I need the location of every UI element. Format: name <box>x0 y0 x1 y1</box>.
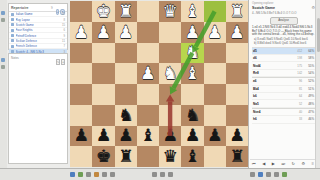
square-a7[interactable]: ♟ <box>226 126 248 147</box>
square-b4[interactable] <box>204 63 226 84</box>
line-label: Four Knights <box>16 28 62 32</box>
white-pawn[interactable]: ♟ <box>96 24 111 41</box>
square-f1[interactable]: ♜ <box>115 1 137 22</box>
dock-panel-icon[interactable] <box>1 11 5 15</box>
transport-toolbar: ⏮◀▶⏭↻⚙≡ <box>250 159 316 167</box>
move-san: d6 <box>253 56 269 60</box>
move-san: a6 <box>253 79 269 83</box>
white-pawn[interactable]: ♟ <box>140 65 155 82</box>
dock-tree-icon[interactable] <box>1 18 5 22</box>
move-games: 96 <box>269 79 302 83</box>
explorer-panel: Opening explorer Scotch Game ⚙ 4...Nf6 5… <box>248 0 320 168</box>
white-pawn[interactable]: ♟ <box>118 24 133 41</box>
square-a5[interactable] <box>226 84 248 105</box>
square-h5[interactable] <box>70 84 92 105</box>
chess-app-window: Repertoire 9 +↻ Italian Game 12 Ruy Lope… <box>0 0 320 180</box>
white-queen[interactable]: ♛ <box>163 3 178 20</box>
move-score: 46% <box>302 117 314 121</box>
move-row-Nxd4[interactable]: Nxd4 175 55% <box>252 62 315 69</box>
line-count: 6 <box>63 28 65 32</box>
taskbar-icon[interactable] <box>168 172 173 177</box>
square-c6[interactable]: ♞ <box>181 105 203 126</box>
move-score: 55% <box>302 64 314 68</box>
square-a3[interactable] <box>226 43 248 64</box>
square-c8[interactable]: ♝ <box>181 146 203 167</box>
square-d6[interactable] <box>159 105 181 126</box>
scrollbar-thumb[interactable] <box>317 18 320 52</box>
taskbar-icon[interactable] <box>250 172 255 177</box>
black-knight[interactable]: ♞ <box>185 107 200 124</box>
square-h6[interactable] <box>70 105 92 126</box>
taskbar-icon[interactable] <box>78 172 83 177</box>
square-a1[interactable]: ♜ <box>226 1 248 22</box>
prev-move-button[interactable]: ◀ <box>262 161 265 167</box>
square-c3[interactable]: ♞ <box>181 43 203 64</box>
variation-line-b[interactable]: b) 8.Bb3 dxe4 9.Nxc6 Qxd1 10.Rxd1 bxc6 <box>252 42 315 46</box>
line-count: 15 <box>62 23 65 27</box>
taskbar-icon[interactable] <box>258 172 263 177</box>
move-san: Bb4 <box>253 87 269 91</box>
repertoire-list-header: Repertoire 9 +↻ <box>9 4 67 12</box>
square-a4[interactable] <box>226 63 248 84</box>
taskbar-icon[interactable] <box>110 172 115 177</box>
square-c2[interactable]: ♟ <box>181 22 203 43</box>
settings-button[interactable]: ⚙ <box>301 161 305 167</box>
black-pawn[interactable]: ♟ <box>74 127 89 144</box>
black-pawn[interactable]: ♟ <box>163 127 178 144</box>
square-c7[interactable]: ♟ <box>181 126 203 147</box>
moves-table: d5 412 64%d6 198 58%Nxd4 175 55%Re8 142 … <box>252 47 315 124</box>
line-count: 9 <box>63 34 65 38</box>
edge-toolbar <box>0 0 7 168</box>
line-count: 12 <box>62 12 65 16</box>
move-score: 64% <box>302 49 314 53</box>
white-king[interactable]: ♚ <box>96 3 111 20</box>
white-rook[interactable]: ♜ <box>118 3 133 20</box>
left-sidebar: Repertoire 9 +↻ Italian Game 12 Ruy Lope… <box>0 0 70 168</box>
line-file-icon <box>11 13 14 16</box>
square-g1[interactable]: ♚ <box>92 1 114 22</box>
square-f3[interactable] <box>115 43 137 64</box>
square-g6[interactable] <box>92 105 114 126</box>
taskbar-icon[interactable] <box>282 172 287 177</box>
flip-board-button[interactable]: ↻ <box>292 161 295 167</box>
line-file-icon <box>11 45 14 48</box>
explorer-title: Scotch Game <box>252 6 275 10</box>
square-f7[interactable]: ♟ <box>115 126 137 147</box>
square-h2[interactable]: ♟ <box>70 22 92 43</box>
line-file-icon <box>11 18 14 21</box>
square-g3[interactable] <box>92 43 114 64</box>
square-e6[interactable] <box>137 105 159 126</box>
move-games: 81 <box>269 87 302 91</box>
square-c4[interactable]: ♝ <box>181 63 203 84</box>
black-queen[interactable]: ♛ <box>163 148 178 165</box>
notes-title: Notes <box>11 56 19 60</box>
square-h8[interactable] <box>70 146 92 167</box>
move-games: 33 <box>269 117 302 121</box>
taskbar <box>0 168 320 180</box>
move-row-d6[interactable]: d6 198 58% <box>252 55 315 62</box>
line-file-icon <box>11 23 14 26</box>
line-file-icon <box>11 29 14 32</box>
square-a2[interactable]: ♟ <box>226 22 248 43</box>
repertoire-title: Repertoire <box>11 6 29 10</box>
line-file-icon <box>11 34 14 37</box>
black-pawn[interactable]: ♟ <box>229 127 244 144</box>
taskbar-icon[interactable] <box>274 172 279 177</box>
explorer-subtitle: 4...Nf6 5.Nc3 Be7 6.Bc4 O-O 7.O-O <box>252 11 315 15</box>
square-g2[interactable]: ♟ <box>92 22 114 43</box>
square-d2[interactable] <box>159 22 181 43</box>
move-row-Re8[interactable]: Re8 142 54% <box>252 70 315 77</box>
move-games: 412 <box>269 49 302 53</box>
move-score: 48% <box>302 102 314 106</box>
chess-board: ♚♜♛♝♜♟♟♟♟♟♟♞♟♞♝♞♞♟♟♟♝♟♟♟♟♚♜♛♝♜ <box>70 1 248 167</box>
next-move-button[interactable]: ▶ <box>272 161 275 167</box>
move-score: 49% <box>302 94 314 98</box>
square-b6[interactable] <box>204 105 226 126</box>
square-h4[interactable] <box>70 63 92 84</box>
square-e1[interactable] <box>137 1 159 22</box>
last-move-button[interactable]: ⏭ <box>281 161 285 167</box>
square-e5[interactable] <box>137 84 159 105</box>
taskbar-icon[interactable] <box>94 172 99 177</box>
square-b3[interactable] <box>204 43 226 64</box>
move-row-b6[interactable]: b6 64 49% <box>252 93 315 100</box>
move-row-h6[interactable]: h6 33 46% <box>252 116 315 123</box>
square-c5[interactable] <box>181 84 203 105</box>
taskbar-icon[interactable] <box>152 172 157 177</box>
square-b7[interactable]: ♟ <box>204 126 226 147</box>
move-san: h6 <box>253 117 269 121</box>
black-bishop[interactable]: ♝ <box>185 148 200 165</box>
white-pawn[interactable]: ♟ <box>207 24 222 41</box>
move-san: Na5 <box>253 102 269 106</box>
move-row-d5[interactable]: d5 412 64% <box>252 48 315 55</box>
black-rook[interactable]: ♜ <box>229 148 244 165</box>
move-score: 47% <box>302 110 314 114</box>
square-a8[interactable]: ♜ <box>226 146 248 167</box>
black-rook[interactable]: ♜ <box>118 148 133 165</box>
add-note-button[interactable]: + <box>61 59 65 65</box>
square-g8[interactable]: ♚ <box>92 146 114 167</box>
white-bishop[interactable]: ♝ <box>185 65 200 82</box>
move-score: 58% <box>302 56 314 60</box>
white-pawn[interactable]: ♟ <box>229 24 244 41</box>
move-score: 52% <box>302 79 314 83</box>
black-pawn[interactable]: ♟ <box>96 127 111 144</box>
move-san: Nxe4 <box>253 110 269 114</box>
square-a6[interactable] <box>226 105 248 126</box>
move-score: 54% <box>302 71 314 75</box>
move-san: d5 <box>253 49 269 53</box>
square-d3[interactable] <box>159 43 181 64</box>
square-h3[interactable] <box>70 43 92 64</box>
white-pawn[interactable]: ♟ <box>185 24 200 41</box>
repertoire-list: Repertoire 9 +↻ Italian Game 12 Ruy Lope… <box>8 3 68 50</box>
square-d5[interactable] <box>159 84 181 105</box>
white-rook[interactable]: ♜ <box>229 3 244 20</box>
black-pawn[interactable]: ♟ <box>185 127 200 144</box>
move-score: 51% <box>302 87 314 91</box>
white-knight[interactable]: ♞ <box>163 65 178 82</box>
square-g5[interactable] <box>92 84 114 105</box>
square-e7[interactable]: ♝ <box>137 126 159 147</box>
menu-button[interactable]: ≡ <box>312 161 314 167</box>
move-row-Na5[interactable]: Na5 52 48% <box>252 100 315 107</box>
move-games: 142 <box>269 71 302 75</box>
line-label: Italian Game <box>16 12 60 16</box>
move-san: Re8 <box>253 71 269 75</box>
notes-panel: Notes ✎+ <box>8 53 68 164</box>
square-b1[interactable] <box>204 1 226 22</box>
line-count: 11 <box>62 39 65 43</box>
square-f2[interactable]: ♟ <box>115 22 137 43</box>
square-d7[interactable]: ♟ <box>159 126 181 147</box>
white-knight[interactable]: ♞ <box>185 44 200 61</box>
taskbar-icon[interactable] <box>86 172 91 177</box>
black-bishop[interactable]: ♝ <box>140 127 155 144</box>
move-games: 52 <box>269 102 302 106</box>
first-move-button[interactable]: ⏮ <box>252 161 256 167</box>
black-knight[interactable]: ♞ <box>118 107 133 124</box>
black-king[interactable]: ♚ <box>96 148 111 165</box>
move-san: Nxd4 <box>253 64 269 68</box>
repertoire-count: 9 <box>51 6 53 10</box>
white-bishop[interactable]: ♝ <box>185 3 200 20</box>
move-row-a6[interactable]: a6 96 52% <box>252 77 315 85</box>
dock-notes-icon[interactable] <box>1 58 5 62</box>
black-pawn[interactable]: ♟ <box>207 127 222 144</box>
square-f6[interactable]: ♞ <box>115 105 137 126</box>
square-b8[interactable] <box>204 146 226 167</box>
taskbar-icon[interactable] <box>160 172 165 177</box>
move-san: b6 <box>253 94 269 98</box>
square-g4[interactable] <box>92 63 114 84</box>
square-h1[interactable] <box>70 1 92 22</box>
move-games: 40 <box>269 110 302 114</box>
dock-engine-icon[interactable] <box>1 65 5 69</box>
scrollbar[interactable] <box>315 0 320 168</box>
square-f8[interactable]: ♜ <box>115 146 137 167</box>
square-d1[interactable]: ♛ <box>159 1 181 22</box>
square-f5[interactable] <box>115 84 137 105</box>
line-file-icon <box>11 39 14 42</box>
move-games: 175 <box>269 64 302 68</box>
square-e2[interactable] <box>137 22 159 43</box>
square-e3[interactable] <box>137 43 159 64</box>
square-b5[interactable] <box>204 84 226 105</box>
move-games: 64 <box>269 94 302 98</box>
taskbar-icon[interactable] <box>70 172 75 177</box>
square-g7[interactable]: ♟ <box>92 126 114 147</box>
square-f4[interactable] <box>115 63 137 84</box>
white-pawn[interactable]: ♟ <box>74 24 89 41</box>
annotation-text: 1.e4 e5 2.Nf3 Nc6 3.d4 exd4 4.Nxd4 Nf6 5… <box>252 26 315 37</box>
square-h7[interactable]: ♟ <box>70 126 92 147</box>
square-c1[interactable]: ♝ <box>181 1 203 22</box>
move-row-Nxe4[interactable]: Nxe4 40 47% <box>252 108 315 116</box>
move-row-Bb4[interactable]: Bb4 81 51% <box>252 86 315 93</box>
notes-header: Notes ✎+ <box>9 54 67 61</box>
square-e4[interactable]: ♟ <box>137 63 159 84</box>
square-d4[interactable]: ♞ <box>159 63 181 84</box>
move-games: 198 <box>269 56 302 60</box>
edit-note-button[interactable]: ✎ <box>56 59 61 65</box>
line-label: Ruy Lopez <box>16 18 62 22</box>
square-b2[interactable]: ♟ <box>204 22 226 43</box>
line-label: Scotch Game <box>16 23 60 27</box>
square-e8[interactable] <box>137 146 159 167</box>
line-label: Sicilian Defence <box>16 39 61 43</box>
taskbar-icon[interactable] <box>102 172 107 177</box>
line-count: 8 <box>63 18 65 22</box>
taskbar-icon[interactable] <box>266 172 271 177</box>
analyse-button[interactable]: Analyse <box>270 17 298 25</box>
square-d8[interactable]: ♛ <box>159 146 181 167</box>
line-label: Petroff Defence <box>16 34 62 38</box>
black-pawn[interactable]: ♟ <box>118 127 133 144</box>
